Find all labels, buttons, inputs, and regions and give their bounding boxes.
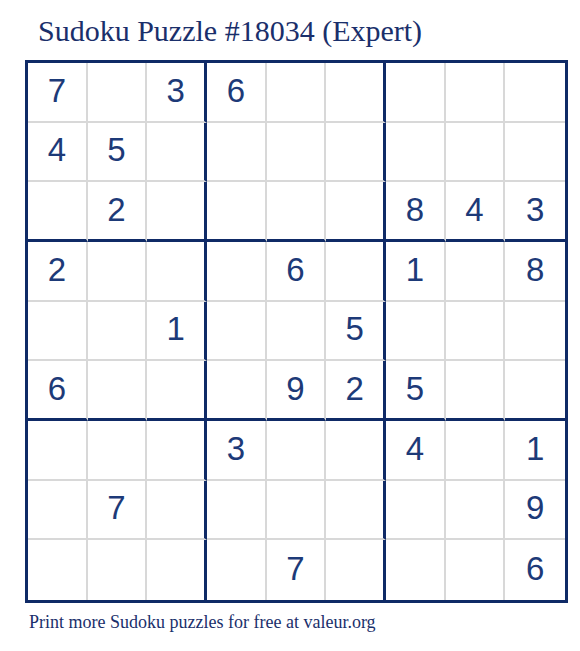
cell-r2c1: 4 — [28, 123, 88, 183]
page-title: Sudoku Puzzle #18034 (Expert) — [38, 14, 422, 48]
cell-r6c1: 6 — [28, 361, 88, 421]
cell-r5c3: 1 — [147, 302, 207, 362]
cell-r5c4 — [207, 302, 267, 362]
cell-r6c2 — [88, 361, 148, 421]
cell-r4c4 — [207, 242, 267, 302]
cell-r9c5: 7 — [267, 540, 327, 600]
cell-r2c4 — [207, 123, 267, 183]
cell-r4c5: 6 — [267, 242, 327, 302]
cell-r1c4: 6 — [207, 63, 267, 123]
cell-r2c3 — [147, 123, 207, 183]
cell-r3c7: 8 — [386, 182, 446, 242]
cell-r5c1 — [28, 302, 88, 362]
cell-r8c2: 7 — [88, 481, 148, 541]
cell-r8c1 — [28, 481, 88, 541]
cell-r6c8 — [446, 361, 506, 421]
cell-r9c9: 6 — [505, 540, 565, 600]
cell-r5c9 — [505, 302, 565, 362]
cell-r1c5 — [267, 63, 327, 123]
cell-r9c8 — [446, 540, 506, 600]
cell-r2c2: 5 — [88, 123, 148, 183]
cell-r8c8 — [446, 481, 506, 541]
cell-r1c2 — [88, 63, 148, 123]
cell-r9c4 — [207, 540, 267, 600]
cell-r6c6: 2 — [326, 361, 386, 421]
cell-r6c3 — [147, 361, 207, 421]
cell-r7c9: 1 — [505, 421, 565, 481]
cell-r7c1 — [28, 421, 88, 481]
cell-r5c5 — [267, 302, 327, 362]
cell-r7c8 — [446, 421, 506, 481]
cell-r9c6 — [326, 540, 386, 600]
cell-r7c2 — [88, 421, 148, 481]
cell-r4c7: 1 — [386, 242, 446, 302]
cell-r5c8 — [446, 302, 506, 362]
cell-r9c2 — [88, 540, 148, 600]
cell-r3c3 — [147, 182, 207, 242]
cell-r1c6 — [326, 63, 386, 123]
cell-r3c4 — [207, 182, 267, 242]
cell-r2c9 — [505, 123, 565, 183]
cell-r4c2 — [88, 242, 148, 302]
cell-r1c1: 7 — [28, 63, 88, 123]
cell-r6c7: 5 — [386, 361, 446, 421]
cell-r4c8 — [446, 242, 506, 302]
cell-r4c1: 2 — [28, 242, 88, 302]
cell-r2c8 — [446, 123, 506, 183]
cell-r6c4 — [207, 361, 267, 421]
cell-r7c6 — [326, 421, 386, 481]
sudoku-page: Sudoku Puzzle #18034 (Expert) 7364528432… — [0, 0, 580, 651]
cell-r3c6 — [326, 182, 386, 242]
cell-r8c6 — [326, 481, 386, 541]
cell-r5c2 — [88, 302, 148, 362]
cell-r8c9: 9 — [505, 481, 565, 541]
cell-r3c5 — [267, 182, 327, 242]
cell-r2c5 — [267, 123, 327, 183]
cell-r5c7 — [386, 302, 446, 362]
cell-r7c3 — [147, 421, 207, 481]
cell-r4c9: 8 — [505, 242, 565, 302]
cell-r3c2: 2 — [88, 182, 148, 242]
cell-r8c4 — [207, 481, 267, 541]
cell-r1c3: 3 — [147, 63, 207, 123]
cell-r6c5: 9 — [267, 361, 327, 421]
sudoku-board: 73645284326181569253417976 — [25, 60, 568, 603]
cell-r8c3 — [147, 481, 207, 541]
cell-r6c9 — [505, 361, 565, 421]
cell-r9c3 — [147, 540, 207, 600]
cell-r2c7 — [386, 123, 446, 183]
footer-text: Print more Sudoku puzzles for free at va… — [29, 612, 376, 633]
cell-r7c4: 3 — [207, 421, 267, 481]
cell-r4c6 — [326, 242, 386, 302]
cell-r3c9: 3 — [505, 182, 565, 242]
cell-r5c6: 5 — [326, 302, 386, 362]
cell-r1c9 — [505, 63, 565, 123]
cell-r3c8: 4 — [446, 182, 506, 242]
cell-r7c7: 4 — [386, 421, 446, 481]
cell-r7c5 — [267, 421, 327, 481]
cell-r3c1 — [28, 182, 88, 242]
cell-r1c8 — [446, 63, 506, 123]
cell-r2c6 — [326, 123, 386, 183]
cell-r9c1 — [28, 540, 88, 600]
cell-r8c5 — [267, 481, 327, 541]
cell-r4c3 — [147, 242, 207, 302]
cell-r1c7 — [386, 63, 446, 123]
cell-r9c7 — [386, 540, 446, 600]
cell-r8c7 — [386, 481, 446, 541]
